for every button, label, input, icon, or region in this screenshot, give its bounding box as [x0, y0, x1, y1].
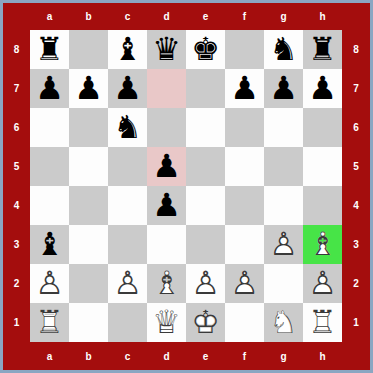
rank-label-left-6: 6 — [3, 108, 30, 147]
rank-label-left-4: 4 — [3, 186, 30, 225]
file-label-top-c: c — [108, 3, 147, 30]
square-f7[interactable]: ♟ — [225, 69, 264, 108]
piece-white-pawn[interactable]: ♟♙ — [303, 264, 342, 303]
rank-label-right-2: 2 — [342, 264, 370, 303]
rank-label-left-3: 3 — [3, 225, 30, 264]
piece-black-pawn[interactable]: ♟ — [30, 69, 69, 108]
file-label-bottom-a: a — [30, 342, 69, 370]
piece-black-king[interactable]: ♚ — [186, 30, 225, 69]
square-g4[interactable] — [264, 186, 303, 225]
square-h8[interactable]: ♜ — [303, 30, 342, 69]
piece-black-rook[interactable]: ♜ — [30, 30, 69, 69]
square-g8[interactable]: ♞ — [264, 30, 303, 69]
file-label-top-g: g — [264, 3, 303, 30]
piece-white-knight[interactable]: ♞♘ — [264, 303, 303, 342]
piece-white-pawn[interactable]: ♟♙ — [108, 264, 147, 303]
square-c4[interactable] — [108, 186, 147, 225]
square-h7[interactable]: ♟ — [303, 69, 342, 108]
border-corner-top-left — [3, 3, 30, 30]
square-d8[interactable]: ♛ — [147, 30, 186, 69]
square-c6[interactable]: ♞ — [108, 108, 147, 147]
piece-black-knight[interactable]: ♞ — [264, 30, 303, 69]
piece-white-pawn[interactable]: ♟♙ — [225, 264, 264, 303]
square-f2[interactable]: ♟♙ — [225, 264, 264, 303]
square-h6[interactable] — [303, 108, 342, 147]
rank-label-left-2: 2 — [3, 264, 30, 303]
file-label-bottom-d: d — [147, 342, 186, 370]
square-g1[interactable]: ♞♘ — [264, 303, 303, 342]
square-a1[interactable]: ♜♖ — [30, 303, 69, 342]
piece-white-bishop[interactable]: ♝♗ — [303, 225, 342, 264]
piece-white-rook[interactable]: ♜♖ — [303, 303, 342, 342]
piece-black-knight[interactable]: ♞ — [108, 108, 147, 147]
piece-black-pawn[interactable]: ♟ — [147, 147, 186, 186]
rank-label-left-8: 8 — [3, 30, 30, 69]
rank-label-right-3: 3 — [342, 225, 370, 264]
piece-glyph-outline: ♙ — [303, 264, 342, 303]
piece-black-pawn[interactable]: ♟ — [147, 186, 186, 225]
piece-glyph-outline: ♙ — [30, 264, 69, 303]
piece-glyph-outline: ♘ — [264, 303, 303, 342]
piece-glyph-outline: ♔ — [186, 303, 225, 342]
square-c3[interactable] — [108, 225, 147, 264]
square-a5[interactable] — [30, 147, 69, 186]
rank-label-right-1: 1 — [342, 303, 370, 342]
square-c2[interactable]: ♟♙ — [108, 264, 147, 303]
piece-black-rook[interactable]: ♜ — [303, 30, 342, 69]
piece-glyph-outline: ♖ — [303, 303, 342, 342]
square-d4[interactable]: ♟ — [147, 186, 186, 225]
file-label-bottom-f: f — [225, 342, 264, 370]
piece-white-pawn[interactable]: ♟♙ — [30, 264, 69, 303]
square-d6[interactable] — [147, 108, 186, 147]
square-b5[interactable] — [69, 147, 108, 186]
piece-glyph-outline: ♕ — [147, 303, 186, 342]
square-f4[interactable] — [225, 186, 264, 225]
border-corner-bottom-right — [342, 342, 370, 370]
piece-black-pawn[interactable]: ♟ — [69, 69, 108, 108]
square-h1[interactable]: ♜♖ — [303, 303, 342, 342]
square-g7[interactable]: ♟ — [264, 69, 303, 108]
file-label-top-e: e — [186, 3, 225, 30]
piece-glyph-outline: ♙ — [264, 225, 303, 264]
square-f6[interactable] — [225, 108, 264, 147]
file-label-top-h: h — [303, 3, 342, 30]
piece-black-pawn[interactable]: ♟ — [303, 69, 342, 108]
file-label-bottom-h: h — [303, 342, 342, 370]
file-label-bottom-g: g — [264, 342, 303, 370]
square-e6[interactable] — [186, 108, 225, 147]
piece-black-pawn[interactable]: ♟ — [108, 69, 147, 108]
square-f8[interactable] — [225, 30, 264, 69]
square-a8[interactable]: ♜ — [30, 30, 69, 69]
square-d1[interactable]: ♛♕ — [147, 303, 186, 342]
file-label-top-a: a — [30, 3, 69, 30]
square-d7[interactable] — [147, 69, 186, 108]
square-g3[interactable]: ♟♙ — [264, 225, 303, 264]
square-b1[interactable] — [69, 303, 108, 342]
square-b6[interactable] — [69, 108, 108, 147]
square-f5[interactable] — [225, 147, 264, 186]
square-h3[interactable]: ♝♗ — [303, 225, 342, 264]
square-c5[interactable] — [108, 147, 147, 186]
square-f3[interactable] — [225, 225, 264, 264]
square-b4[interactable] — [69, 186, 108, 225]
piece-glyph-outline: ♙ — [108, 264, 147, 303]
rank-label-right-6: 6 — [342, 108, 370, 147]
square-e7[interactable] — [186, 69, 225, 108]
square-c7[interactable]: ♟ — [108, 69, 147, 108]
rank-label-right-4: 4 — [342, 186, 370, 225]
square-d5[interactable]: ♟ — [147, 147, 186, 186]
rank-label-right-5: 5 — [342, 147, 370, 186]
piece-black-pawn[interactable]: ♟ — [264, 69, 303, 108]
piece-black-pawn[interactable]: ♟ — [225, 69, 264, 108]
square-d2[interactable]: ♝♗ — [147, 264, 186, 303]
rank-label-left-7: 7 — [3, 69, 30, 108]
square-e2[interactable]: ♟♙ — [186, 264, 225, 303]
square-e1[interactable]: ♚♔ — [186, 303, 225, 342]
piece-black-bishop[interactable]: ♝ — [108, 30, 147, 69]
rank-label-right-7: 7 — [342, 69, 370, 108]
square-e5[interactable] — [186, 147, 225, 186]
rank-label-left-5: 5 — [3, 147, 30, 186]
piece-glyph-outline: ♗ — [303, 225, 342, 264]
square-g5[interactable] — [264, 147, 303, 186]
square-a3[interactable]: ♝ — [30, 225, 69, 264]
square-d3[interactable] — [147, 225, 186, 264]
square-c8[interactable]: ♝ — [108, 30, 147, 69]
file-label-top-f: f — [225, 3, 264, 30]
piece-white-bishop[interactable]: ♝♗ — [147, 264, 186, 303]
border-corner-bottom-left — [3, 342, 30, 370]
square-g6[interactable] — [264, 108, 303, 147]
square-a4[interactable] — [30, 186, 69, 225]
square-f1[interactable] — [225, 303, 264, 342]
rank-label-right-8: 8 — [342, 30, 370, 69]
piece-white-pawn[interactable]: ♟♙ — [186, 264, 225, 303]
square-b8[interactable] — [69, 30, 108, 69]
border-corner-top-right — [342, 3, 370, 30]
square-h5[interactable] — [303, 147, 342, 186]
square-a2[interactable]: ♟♙ — [30, 264, 69, 303]
square-e8[interactable]: ♚ — [186, 30, 225, 69]
square-a6[interactable] — [30, 108, 69, 147]
piece-glyph-outline: ♗ — [147, 264, 186, 303]
piece-glyph-outline: ♖ — [30, 303, 69, 342]
piece-white-rook[interactable]: ♜♖ — [30, 303, 69, 342]
piece-white-king[interactable]: ♚♔ — [186, 303, 225, 342]
file-label-bottom-e: e — [186, 342, 225, 370]
square-b2[interactable] — [69, 264, 108, 303]
piece-white-pawn[interactable]: ♟♙ — [264, 225, 303, 264]
file-label-bottom-b: b — [69, 342, 108, 370]
piece-glyph-outline: ♙ — [225, 264, 264, 303]
rank-label-left-1: 1 — [3, 303, 30, 342]
chessboard-frame: abcdefgh8♜♝♛♚♞♜87♟♟♟♟♟♟76♞65♟54♟43♝♟♙♝♗3… — [0, 0, 373, 373]
piece-black-bishop[interactable]: ♝ — [30, 225, 69, 264]
square-b3[interactable] — [69, 225, 108, 264]
square-h4[interactable] — [303, 186, 342, 225]
square-e4[interactable] — [186, 186, 225, 225]
piece-glyph-outline: ♙ — [186, 264, 225, 303]
piece-black-queen[interactable]: ♛ — [147, 30, 186, 69]
square-g2[interactable] — [264, 264, 303, 303]
file-label-top-d: d — [147, 3, 186, 30]
square-e3[interactable] — [186, 225, 225, 264]
square-c1[interactable] — [108, 303, 147, 342]
file-label-top-b: b — [69, 3, 108, 30]
chessboard: abcdefgh8♜♝♛♚♞♜87♟♟♟♟♟♟76♞65♟54♟43♝♟♙♝♗3… — [3, 3, 370, 370]
file-label-bottom-c: c — [108, 342, 147, 370]
square-h2[interactable]: ♟♙ — [303, 264, 342, 303]
square-b7[interactable]: ♟ — [69, 69, 108, 108]
piece-white-queen[interactable]: ♛♕ — [147, 303, 186, 342]
square-a7[interactable]: ♟ — [30, 69, 69, 108]
